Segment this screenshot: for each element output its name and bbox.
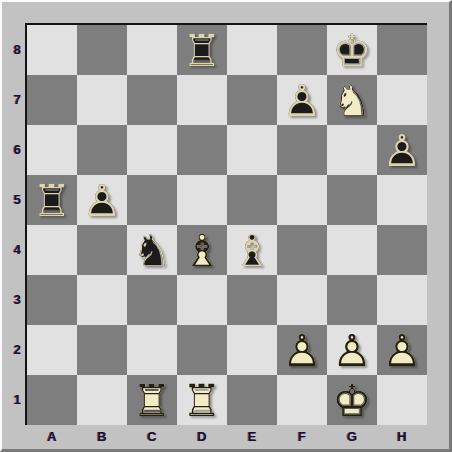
piece-black-king[interactable]: ♚♔ [327,25,377,75]
file-label-f: F [277,426,327,447]
piece-black-pawn[interactable]: ♟♙ [377,125,427,175]
square-g1[interactable]: ♚♔ [327,375,377,425]
piece-white-bishop[interactable]: ♝♗ [177,225,227,275]
square-f2[interactable]: ♟♙ [277,325,327,375]
square-h3[interactable] [377,275,427,325]
pawn-glyph-outline: ♙ [277,75,327,125]
square-f8[interactable] [277,25,327,75]
square-g2[interactable]: ♟♙ [327,325,377,375]
square-c5[interactable] [127,175,177,225]
square-a7[interactable] [27,75,77,125]
piece-white-rook[interactable]: ♜♖ [177,375,227,425]
rank-labels: 87654321 [2,25,24,425]
square-g5[interactable] [327,175,377,225]
piece-white-pawn[interactable]: ♟♙ [327,325,377,375]
square-b3[interactable] [77,275,127,325]
square-h8[interactable] [377,25,427,75]
rank-label-1: 1 [2,375,24,425]
rook-glyph-outline: ♖ [27,175,77,225]
piece-white-pawn[interactable]: ♟♙ [377,325,427,375]
square-a5[interactable]: ♜♖ [27,175,77,225]
square-e5[interactable] [227,175,277,225]
square-d8[interactable]: ♜♖ [177,25,227,75]
piece-black-rook[interactable]: ♜♖ [27,175,77,225]
piece-black-pawn[interactable]: ♟♙ [277,75,327,125]
rank-label-7: 7 [2,75,24,125]
square-b1[interactable] [77,375,127,425]
square-h2[interactable]: ♟♙ [377,325,427,375]
rank-label-6: 6 [2,125,24,175]
square-d2[interactable] [177,325,227,375]
square-h7[interactable] [377,75,427,125]
square-f5[interactable] [277,175,327,225]
square-d7[interactable] [177,75,227,125]
square-f7[interactable]: ♟♙ [277,75,327,125]
square-g7[interactable]: ♞♘ [327,75,377,125]
square-b6[interactable] [77,125,127,175]
square-h4[interactable] [377,225,427,275]
square-e8[interactable] [227,25,277,75]
chess-board: ♜♖♚♔♟♙♞♘♟♙♜♖♟♙♞♘♝♗♝♗♟♙♟♙♟♙♜♖♜♖♚♔ [25,23,427,425]
rook-glyph-outline: ♖ [127,375,177,425]
pawn-glyph-outline: ♙ [77,175,127,225]
rank-label-5: 5 [2,175,24,225]
square-h1[interactable] [377,375,427,425]
piece-white-king[interactable]: ♚♔ [327,375,377,425]
file-labels: ABCDEFGH [27,426,427,447]
rook-glyph-outline: ♖ [177,375,227,425]
square-e4[interactable]: ♝♗ [227,225,277,275]
board-frame: 87654321 ♜♖♚♔♟♙♞♘♟♙♜♖♟♙♞♘♝♗♝♗♟♙♟♙♟♙♜♖♜♖♚… [0,0,452,452]
square-b2[interactable] [77,325,127,375]
square-e2[interactable] [227,325,277,375]
rank-label-3: 3 [2,275,24,325]
bishop-glyph-outline: ♗ [177,225,227,275]
square-a2[interactable] [27,325,77,375]
square-b5[interactable]: ♟♙ [77,175,127,225]
piece-black-bishop[interactable]: ♝♗ [227,225,277,275]
square-d3[interactable] [177,275,227,325]
square-e6[interactable] [227,125,277,175]
square-b7[interactable] [77,75,127,125]
king-glyph-outline: ♔ [327,25,377,75]
square-c2[interactable] [127,325,177,375]
knight-glyph-outline: ♘ [127,225,177,275]
square-d6[interactable] [177,125,227,175]
piece-white-rook[interactable]: ♜♖ [127,375,177,425]
square-f6[interactable] [277,125,327,175]
square-c4[interactable]: ♞♘ [127,225,177,275]
square-a1[interactable] [27,375,77,425]
square-e1[interactable] [227,375,277,425]
file-label-e: E [227,426,277,447]
square-f4[interactable] [277,225,327,275]
file-label-g: G [327,426,377,447]
square-h6[interactable]: ♟♙ [377,125,427,175]
piece-black-rook[interactable]: ♜♖ [177,25,227,75]
file-label-b: B [77,426,127,447]
rank-label-2: 2 [2,325,24,375]
pawn-glyph-outline: ♙ [327,325,377,375]
square-a6[interactable] [27,125,77,175]
file-label-h: H [377,426,427,447]
square-c1[interactable]: ♜♖ [127,375,177,425]
square-c3[interactable] [127,275,177,325]
square-e3[interactable] [227,275,277,325]
rook-glyph-outline: ♖ [177,25,227,75]
square-a3[interactable] [27,275,77,325]
piece-white-pawn[interactable]: ♟♙ [277,325,327,375]
square-c8[interactable] [127,25,177,75]
piece-white-knight[interactable]: ♞♘ [327,75,377,125]
file-label-d: D [177,426,227,447]
square-a8[interactable] [27,25,77,75]
square-c7[interactable] [127,75,177,125]
rank-label-4: 4 [2,225,24,275]
king-glyph-outline: ♔ [327,375,377,425]
square-g8[interactable]: ♚♔ [327,25,377,75]
square-g6[interactable] [327,125,377,175]
square-h5[interactable] [377,175,427,225]
piece-black-knight[interactable]: ♞♘ [127,225,177,275]
square-b4[interactable] [77,225,127,275]
square-e7[interactable] [227,75,277,125]
square-f1[interactable] [277,375,327,425]
square-a4[interactable] [27,225,77,275]
pawn-glyph-outline: ♙ [377,125,427,175]
file-label-c: C [127,426,177,447]
knight-glyph-outline: ♘ [327,75,377,125]
square-d1[interactable]: ♜♖ [177,375,227,425]
pawn-glyph-outline: ♙ [277,325,327,375]
square-c6[interactable] [127,125,177,175]
square-d4[interactable]: ♝♗ [177,225,227,275]
piece-black-pawn[interactable]: ♟♙ [77,175,127,225]
square-f3[interactable] [277,275,327,325]
bishop-glyph-outline: ♗ [227,225,277,275]
square-g3[interactable] [327,275,377,325]
rank-label-8: 8 [2,25,24,75]
square-b8[interactable] [77,25,127,75]
pawn-glyph-outline: ♙ [377,325,427,375]
file-label-a: A [27,426,77,447]
square-g4[interactable] [327,225,377,275]
square-d5[interactable] [177,175,227,225]
